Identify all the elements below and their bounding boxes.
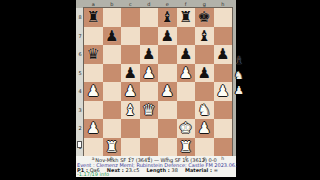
rank-label-5: 5 xyxy=(76,64,84,83)
square-b5[interactable] xyxy=(103,64,122,83)
white-rook[interactable]: ♜ xyxy=(179,138,192,157)
white-pawn[interactable]: ♟ xyxy=(216,82,229,101)
rank-labels-left: 87654321 xyxy=(76,8,84,156)
white-pawn[interactable]: ♟ xyxy=(142,64,155,83)
white-knight[interactable]: ♞ xyxy=(198,101,211,120)
square-a7[interactable] xyxy=(84,27,103,46)
square-a8[interactable]: ♜ xyxy=(84,8,103,27)
white-bishop[interactable]: ♝ xyxy=(124,101,137,120)
black-pawn[interactable]: ♟ xyxy=(142,45,155,64)
square-d4[interactable] xyxy=(140,82,159,101)
square-d1[interactable] xyxy=(140,138,159,157)
square-h5[interactable] xyxy=(214,64,233,83)
black-pawn[interactable]: ♟ xyxy=(161,27,174,46)
white-pawn[interactable]: ♟ xyxy=(198,119,211,138)
square-b8[interactable] xyxy=(103,8,122,27)
square-e6[interactable] xyxy=(158,45,177,64)
square-e8[interactable]: ♝ xyxy=(158,8,177,27)
square-c5[interactable]: ♟ xyxy=(121,64,140,83)
file-label-a: a xyxy=(84,1,103,7)
square-h2[interactable] xyxy=(214,119,233,138)
black-pawn[interactable]: ♟ xyxy=(198,64,211,83)
square-e4[interactable]: ♟ xyxy=(158,82,177,101)
black-queen[interactable]: ♛ xyxy=(87,45,100,64)
chess-board[interactable]: ♜♝♜♚♟♟♝♛♟♟♟♟♟♟♟♟♟♟♟♝♛♞♟♚♟♜♜ xyxy=(84,8,232,156)
rank-label-8: 8 xyxy=(76,8,84,27)
square-d7[interactable] xyxy=(140,27,159,46)
square-a6[interactable]: ♛ xyxy=(84,45,103,64)
file-label-h: h xyxy=(214,1,233,7)
bottom-strip xyxy=(76,177,236,180)
file-label-f: f xyxy=(177,1,196,7)
rank-label-7: 7 xyxy=(76,27,84,46)
square-h7[interactable] xyxy=(214,27,233,46)
square-b1[interactable]: ♜ xyxy=(103,138,122,157)
square-g5[interactable]: ♟ xyxy=(195,64,214,83)
white-pawn[interactable]: ♟ xyxy=(124,82,137,101)
black-pawn[interactable]: ♟ xyxy=(216,45,229,64)
square-h4[interactable]: ♟ xyxy=(214,82,233,101)
square-a3[interactable] xyxy=(84,101,103,120)
square-g4[interactable] xyxy=(195,82,214,101)
square-f5[interactable]: ♟ xyxy=(177,64,196,83)
black-bishop-icon: ♝ xyxy=(234,54,244,68)
square-e1[interactable] xyxy=(158,138,177,157)
square-g6[interactable] xyxy=(195,45,214,64)
white-pawn[interactable]: ♟ xyxy=(161,82,174,101)
black-pawn[interactable]: ♟ xyxy=(124,64,137,83)
rank-label-4: 4 xyxy=(76,82,84,101)
square-b7[interactable]: ♟ xyxy=(103,27,122,46)
square-e7[interactable]: ♟ xyxy=(158,27,177,46)
square-b3[interactable] xyxy=(103,101,122,120)
square-h1[interactable] xyxy=(214,138,233,157)
black-king[interactable]: ♚ xyxy=(198,8,211,27)
square-a5[interactable] xyxy=(84,64,103,83)
black-rook[interactable]: ♜ xyxy=(87,8,100,27)
white-pawn[interactable]: ♟ xyxy=(179,64,192,83)
square-c6[interactable] xyxy=(121,45,140,64)
square-g1[interactable] xyxy=(195,138,214,157)
rank-label-3: 3 xyxy=(76,101,84,120)
square-a2[interactable]: ♟ xyxy=(84,119,103,138)
square-a4[interactable]: ♟ xyxy=(84,82,103,101)
square-c4[interactable]: ♟ xyxy=(121,82,140,101)
square-c7[interactable] xyxy=(121,27,140,46)
rank-label-2: 2 xyxy=(76,119,84,138)
file-label-g: g xyxy=(195,1,214,7)
square-c2[interactable] xyxy=(121,119,140,138)
square-h3[interactable] xyxy=(214,101,233,120)
material-tray: ♝♞♟ xyxy=(233,54,245,104)
white-rook[interactable]: ♜ xyxy=(105,138,118,157)
side-to-move-indicator xyxy=(77,141,82,148)
black-bishop[interactable]: ♝ xyxy=(198,27,211,46)
square-b6[interactable] xyxy=(103,45,122,64)
square-f6[interactable]: ♟ xyxy=(177,45,196,64)
white-queen[interactable]: ♛ xyxy=(142,101,155,120)
video-frame: abcdefgh 87654321 ♜♝♜♚♟♟♝♛♟♟♟♟♟♟♟♟♟♟♟♝♛♞… xyxy=(0,0,320,180)
square-c1[interactable] xyxy=(121,138,140,157)
square-c3[interactable]: ♝ xyxy=(121,101,140,120)
square-a1[interactable] xyxy=(84,138,103,157)
square-e2[interactable] xyxy=(158,119,177,138)
square-f1[interactable]: ♜ xyxy=(177,138,196,157)
square-b2[interactable] xyxy=(103,119,122,138)
square-f7[interactable] xyxy=(177,27,196,46)
white-knight-icon: ♞ xyxy=(234,69,244,83)
square-d2[interactable] xyxy=(140,119,159,138)
square-e5[interactable] xyxy=(158,64,177,83)
square-d8[interactable] xyxy=(140,8,159,27)
square-d5[interactable]: ♟ xyxy=(140,64,159,83)
black-bishop[interactable]: ♝ xyxy=(161,8,174,27)
white-pawn-icon: ♟ xyxy=(234,84,244,98)
square-g8[interactable]: ♚ xyxy=(195,8,214,27)
square-h8[interactable] xyxy=(214,8,233,27)
square-f2[interactable]: ♚ xyxy=(177,119,196,138)
square-g3[interactable]: ♞ xyxy=(195,101,214,120)
black-rook[interactable]: ♜ xyxy=(179,8,192,27)
chess-gui-panel: abcdefgh 87654321 ♜♝♜♚♟♟♝♛♟♟♟♟♟♟♟♟♟♟♟♝♛♞… xyxy=(76,0,236,177)
white-pawn[interactable]: ♟ xyxy=(87,82,100,101)
square-f4[interactable] xyxy=(177,82,196,101)
black-pawn[interactable]: ♟ xyxy=(179,45,192,64)
square-h6[interactable]: ♟ xyxy=(214,45,233,64)
square-g7[interactable]: ♝ xyxy=(195,27,214,46)
file-label-b: b xyxy=(103,1,122,7)
file-label-e: e xyxy=(158,1,177,7)
square-d3[interactable]: ♛ xyxy=(140,101,159,120)
square-e3[interactable] xyxy=(158,101,177,120)
white-pawn[interactable]: ♟ xyxy=(87,119,100,138)
square-f3[interactable] xyxy=(177,101,196,120)
engine-eval-line: -1.17/19 info xyxy=(77,172,237,177)
file-label-d: d xyxy=(140,1,159,7)
white-king[interactable]: ♚ xyxy=(179,119,192,138)
file-labels-top: abcdefgh xyxy=(84,0,232,7)
file-label-c: c xyxy=(121,1,140,7)
square-d6[interactable]: ♟ xyxy=(140,45,159,64)
square-g2[interactable]: ♟ xyxy=(195,119,214,138)
square-b4[interactable] xyxy=(103,82,122,101)
black-pawn[interactable]: ♟ xyxy=(105,27,118,46)
rank-label-6: 6 xyxy=(76,45,84,64)
square-f8[interactable]: ♜ xyxy=(177,8,196,27)
square-c8[interactable] xyxy=(121,8,140,27)
